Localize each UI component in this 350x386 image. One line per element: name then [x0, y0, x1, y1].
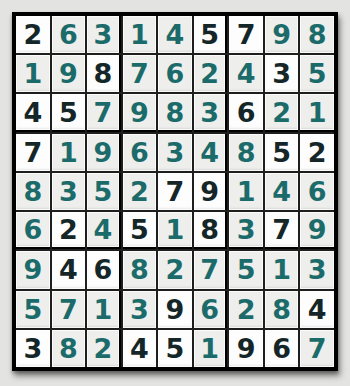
- cell-value: 8: [23, 178, 42, 205]
- cell-value: 2: [23, 21, 42, 48]
- cell-value: 8: [59, 335, 78, 362]
- cell-r5c1[interactable]: 8: [16, 173, 50, 210]
- cell-r6c2[interactable]: 2: [52, 212, 86, 249]
- cell-value: 2: [237, 296, 256, 323]
- cell-value: 6: [130, 139, 149, 166]
- cell-value: 3: [308, 256, 327, 283]
- cell-r2c5[interactable]: 6: [158, 55, 192, 92]
- cell-r2c7[interactable]: 4: [229, 55, 263, 92]
- cell-r4c3[interactable]: 9: [87, 134, 121, 171]
- cell-value: 5: [93, 178, 112, 205]
- cell-r8c8[interactable]: 8: [265, 291, 299, 328]
- cell-r7c8[interactable]: 1: [265, 251, 299, 288]
- cell-value: 1: [93, 296, 112, 323]
- cell-r4c2[interactable]: 1: [52, 134, 86, 171]
- cell-value: 8: [93, 60, 112, 87]
- cell-r2c9[interactable]: 5: [300, 55, 334, 92]
- cell-r7c1[interactable]: 9: [16, 251, 50, 288]
- cell-r8c3[interactable]: 1: [87, 291, 121, 328]
- cell-value: 7: [272, 216, 291, 243]
- cell-r2c4[interactable]: 7: [123, 55, 157, 92]
- cell-value: 7: [166, 178, 185, 205]
- cell-r6c5[interactable]: 1: [158, 212, 192, 249]
- cell-r3c8[interactable]: 2: [265, 94, 299, 131]
- cell-r1c9[interactable]: 8: [300, 16, 334, 53]
- cell-r9c2[interactable]: 8: [52, 330, 86, 367]
- cell-r9c8[interactable]: 6: [265, 330, 299, 367]
- cell-value: 6: [200, 296, 219, 323]
- cell-r5c5[interactable]: 7: [158, 173, 192, 210]
- cell-r4c9[interactable]: 2: [300, 134, 334, 171]
- cell-value: 6: [23, 216, 42, 243]
- cell-r3c1[interactable]: 4: [16, 94, 50, 131]
- cell-r4c6[interactable]: 4: [194, 134, 228, 171]
- cell-r9c9[interactable]: 7: [300, 330, 334, 367]
- cell-r6c9[interactable]: 9: [300, 212, 334, 249]
- cell-value: 7: [200, 256, 219, 283]
- cell-value: 6: [308, 178, 327, 205]
- cell-r3c7[interactable]: 6: [229, 94, 263, 131]
- cell-r9c4[interactable]: 4: [123, 330, 157, 367]
- sudoku-board: 2631457981987624354579836217196348528352…: [12, 12, 338, 371]
- cell-value: 1: [59, 139, 78, 166]
- cell-value: 2: [166, 256, 185, 283]
- cell-r3c3[interactable]: 7: [87, 94, 121, 131]
- cell-value: 4: [23, 99, 42, 126]
- cell-r9c6[interactable]: 1: [194, 330, 228, 367]
- cell-r1c5[interactable]: 4: [158, 16, 192, 53]
- cell-r7c4[interactable]: 8: [123, 251, 157, 288]
- cell-r7c2[interactable]: 4: [52, 251, 86, 288]
- cell-value: 4: [93, 216, 112, 243]
- cell-value: 4: [59, 256, 78, 283]
- cell-r1c1[interactable]: 2: [16, 16, 50, 53]
- cell-r2c6[interactable]: 2: [194, 55, 228, 92]
- cell-value: 6: [237, 99, 256, 126]
- cell-value: 4: [237, 60, 256, 87]
- cell-r1c7[interactable]: 7: [229, 16, 263, 53]
- cell-value: 2: [308, 139, 327, 166]
- cell-r5c3[interactable]: 5: [87, 173, 121, 210]
- cell-r3c6[interactable]: 3: [194, 94, 228, 131]
- cell-value: 4: [130, 335, 149, 362]
- cell-value: 1: [200, 335, 219, 362]
- cell-value: 8: [130, 256, 149, 283]
- cell-r7c7[interactable]: 5: [229, 251, 263, 288]
- cell-r2c8[interactable]: 3: [265, 55, 299, 92]
- cell-value: 7: [237, 21, 256, 48]
- cell-value: 6: [93, 256, 112, 283]
- cell-r1c3[interactable]: 3: [87, 16, 121, 53]
- cell-value: 5: [130, 216, 149, 243]
- cell-r3c9[interactable]: 1: [300, 94, 334, 131]
- cell-value: 5: [23, 296, 42, 323]
- cell-r1c6[interactable]: 5: [194, 16, 228, 53]
- cell-value: 3: [272, 60, 291, 87]
- cell-value: 2: [272, 99, 291, 126]
- cell-r8c2[interactable]: 7: [52, 291, 86, 328]
- cell-r4c7[interactable]: 8: [229, 134, 263, 171]
- cell-value: 3: [166, 139, 185, 166]
- cell-value: 8: [237, 139, 256, 166]
- cell-value: 9: [272, 21, 291, 48]
- cell-value: 2: [200, 60, 219, 87]
- cell-r6c7[interactable]: 3: [229, 212, 263, 249]
- cell-value: 3: [93, 21, 112, 48]
- cell-value: 5: [272, 139, 291, 166]
- cell-value: 3: [59, 178, 78, 205]
- cell-r7c6[interactable]: 7: [194, 251, 228, 288]
- cell-r3c4[interactable]: 9: [123, 94, 157, 131]
- cell-r7c9[interactable]: 3: [300, 251, 334, 288]
- cell-r1c8[interactable]: 9: [265, 16, 299, 53]
- cell-r3c5[interactable]: 8: [158, 94, 192, 131]
- cell-value: 4: [272, 178, 291, 205]
- cell-value: 2: [59, 216, 78, 243]
- cell-r1c4[interactable]: 1: [123, 16, 157, 53]
- cell-r8c9[interactable]: 4: [300, 291, 334, 328]
- cell-value: 8: [166, 99, 185, 126]
- cell-value: 4: [166, 21, 185, 48]
- cell-value: 8: [272, 296, 291, 323]
- cell-r7c3[interactable]: 6: [87, 251, 121, 288]
- cell-r4c4[interactable]: 6: [123, 134, 157, 171]
- cell-r7c5[interactable]: 2: [158, 251, 192, 288]
- cell-r4c1[interactable]: 7: [16, 134, 50, 171]
- cell-value: 7: [59, 296, 78, 323]
- cell-r6c3[interactable]: 4: [87, 212, 121, 249]
- cell-r5c4[interactable]: 2: [123, 173, 157, 210]
- cell-r8c5[interactable]: 9: [158, 291, 192, 328]
- cell-value: 9: [130, 99, 149, 126]
- cell-r3c2[interactable]: 5: [52, 94, 86, 131]
- cell-value: 9: [23, 256, 42, 283]
- cell-value: 1: [166, 216, 185, 243]
- cell-value: 1: [237, 178, 256, 205]
- cell-r9c7[interactable]: 9: [229, 330, 263, 367]
- cell-value: 1: [23, 60, 42, 87]
- cell-r6c8[interactable]: 7: [265, 212, 299, 249]
- cell-value: 5: [308, 60, 327, 87]
- cell-value: 6: [272, 335, 291, 362]
- cell-r5c9[interactable]: 6: [300, 173, 334, 210]
- cell-value: 7: [308, 335, 327, 362]
- cell-r8c6[interactable]: 6: [194, 291, 228, 328]
- cell-value: 4: [308, 296, 327, 323]
- cell-r6c6[interactable]: 8: [194, 212, 228, 249]
- cell-value: 3: [130, 296, 149, 323]
- cell-value: 9: [237, 335, 256, 362]
- cell-r2c1[interactable]: 1: [16, 55, 50, 92]
- cell-r9c5[interactable]: 5: [158, 330, 192, 367]
- cell-r2c3[interactable]: 8: [87, 55, 121, 92]
- cell-r2c2[interactable]: 9: [52, 55, 86, 92]
- cell-r6c4[interactable]: 5: [123, 212, 157, 249]
- cell-r4c8[interactable]: 5: [265, 134, 299, 171]
- cell-value: 9: [200, 178, 219, 205]
- cell-value: 8: [200, 216, 219, 243]
- cell-value: 7: [130, 60, 149, 87]
- cell-value: 1: [308, 99, 327, 126]
- cell-value: 5: [59, 99, 78, 126]
- cell-r9c3[interactable]: 2: [87, 330, 121, 367]
- cell-r5c8[interactable]: 4: [265, 173, 299, 210]
- cell-r5c7[interactable]: 1: [229, 173, 263, 210]
- cell-value: 5: [166, 335, 185, 362]
- cell-value: 9: [166, 296, 185, 323]
- cell-r6c1[interactable]: 6: [16, 212, 50, 249]
- cell-value: 7: [23, 139, 42, 166]
- cell-value: 9: [59, 60, 78, 87]
- cell-value: 5: [200, 21, 219, 48]
- cell-r5c2[interactable]: 3: [52, 173, 86, 210]
- cell-value: 4: [200, 139, 219, 166]
- cell-r4c5[interactable]: 3: [158, 134, 192, 171]
- cell-value: 1: [130, 21, 149, 48]
- cell-value: 5: [237, 256, 256, 283]
- cell-r8c4[interactable]: 3: [123, 291, 157, 328]
- cell-r8c1[interactable]: 5: [16, 291, 50, 328]
- cell-value: 3: [23, 335, 42, 362]
- cell-r9c1[interactable]: 3: [16, 330, 50, 367]
- cell-value: 2: [93, 335, 112, 362]
- cell-value: 3: [200, 99, 219, 126]
- cell-r8c7[interactable]: 2: [229, 291, 263, 328]
- cell-value: 7: [93, 99, 112, 126]
- cell-value: 9: [308, 216, 327, 243]
- cell-value: 6: [59, 21, 78, 48]
- cell-r5c6[interactable]: 9: [194, 173, 228, 210]
- cell-value: 9: [93, 139, 112, 166]
- cell-r1c2[interactable]: 6: [52, 16, 86, 53]
- cell-value: 3: [237, 216, 256, 243]
- cell-value: 2: [130, 178, 149, 205]
- cell-value: 1: [272, 256, 291, 283]
- cell-value: 6: [166, 60, 185, 87]
- cell-value: 8: [308, 21, 327, 48]
